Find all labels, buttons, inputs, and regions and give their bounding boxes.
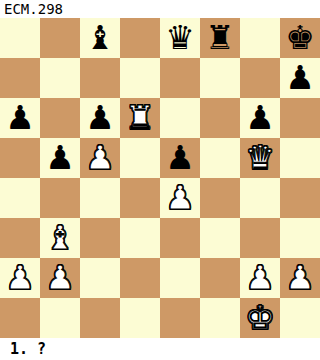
square-h2[interactable]: ♟ — [280, 258, 320, 298]
white-pawn[interactable]: ♟ — [85, 138, 115, 178]
black-pawn[interactable]: ♟ — [85, 98, 115, 138]
square-g1[interactable]: ♚ — [240, 298, 280, 338]
square-g5[interactable]: ♛ — [240, 138, 280, 178]
black-pawn[interactable]: ♟ — [245, 98, 275, 138]
square-e1[interactable] — [160, 298, 200, 338]
square-d5[interactable] — [120, 138, 160, 178]
square-d7[interactable] — [120, 58, 160, 98]
square-f6[interactable] — [200, 98, 240, 138]
black-pawn[interactable]: ♟ — [45, 138, 75, 178]
square-g2[interactable]: ♟ — [240, 258, 280, 298]
square-b6[interactable] — [40, 98, 80, 138]
square-h6[interactable] — [280, 98, 320, 138]
square-c2[interactable] — [80, 258, 120, 298]
square-a7[interactable] — [0, 58, 40, 98]
square-b4[interactable] — [40, 178, 80, 218]
square-f3[interactable] — [200, 218, 240, 258]
square-b7[interactable] — [40, 58, 80, 98]
white-king[interactable]: ♚ — [245, 298, 275, 338]
square-d3[interactable] — [120, 218, 160, 258]
square-h5[interactable] — [280, 138, 320, 178]
square-f5[interactable] — [200, 138, 240, 178]
square-c8[interactable]: ♝ — [80, 18, 120, 58]
square-a3[interactable] — [0, 218, 40, 258]
square-c7[interactable] — [80, 58, 120, 98]
square-h1[interactable] — [280, 298, 320, 338]
square-h4[interactable] — [280, 178, 320, 218]
white-pawn[interactable]: ♟ — [45, 258, 75, 298]
square-b3[interactable]: ♝ — [40, 218, 80, 258]
square-a8[interactable] — [0, 18, 40, 58]
square-e2[interactable] — [160, 258, 200, 298]
square-d6[interactable]: ♜ — [120, 98, 160, 138]
square-b2[interactable]: ♟ — [40, 258, 80, 298]
square-h8[interactable]: ♚ — [280, 18, 320, 58]
square-b5[interactable]: ♟ — [40, 138, 80, 178]
square-c1[interactable] — [80, 298, 120, 338]
square-d4[interactable] — [120, 178, 160, 218]
square-e4[interactable]: ♟ — [160, 178, 200, 218]
square-f4[interactable] — [200, 178, 240, 218]
square-a1[interactable] — [0, 298, 40, 338]
square-f8[interactable]: ♜ — [200, 18, 240, 58]
black-pawn[interactable]: ♟ — [285, 58, 315, 98]
square-e7[interactable] — [160, 58, 200, 98]
chess-board: ♝♛♜♚♟♟♟♜♟♟♟♟♛♟♝♟♟♟♟♚ — [0, 18, 320, 338]
square-a6[interactable]: ♟ — [0, 98, 40, 138]
chess-app-window: ECM.298 ♝♛♜♚♟♟♟♜♟♟♟♟♛♟♝♟♟♟♟♚ 1. ? — [0, 0, 320, 360]
square-h7[interactable]: ♟ — [280, 58, 320, 98]
square-e8[interactable]: ♛ — [160, 18, 200, 58]
square-e3[interactable] — [160, 218, 200, 258]
black-pawn[interactable]: ♟ — [165, 138, 195, 178]
square-h3[interactable] — [280, 218, 320, 258]
square-e6[interactable] — [160, 98, 200, 138]
square-g4[interactable] — [240, 178, 280, 218]
square-g8[interactable] — [240, 18, 280, 58]
white-pawn[interactable]: ♟ — [5, 258, 35, 298]
square-g3[interactable] — [240, 218, 280, 258]
white-queen[interactable]: ♛ — [245, 138, 275, 178]
square-g6[interactable]: ♟ — [240, 98, 280, 138]
footer-bar: 1. ? — [0, 338, 320, 360]
white-pawn[interactable]: ♟ — [285, 258, 315, 298]
square-f7[interactable] — [200, 58, 240, 98]
square-d1[interactable] — [120, 298, 160, 338]
square-c4[interactable] — [80, 178, 120, 218]
square-c6[interactable]: ♟ — [80, 98, 120, 138]
black-rook[interactable]: ♜ — [205, 18, 235, 58]
square-c3[interactable] — [80, 218, 120, 258]
square-b1[interactable] — [40, 298, 80, 338]
square-a4[interactable] — [0, 178, 40, 218]
white-pawn[interactable]: ♟ — [165, 178, 195, 218]
puzzle-title: ECM.298 — [4, 0, 63, 18]
square-d8[interactable] — [120, 18, 160, 58]
move-prompt: 1. ? — [10, 340, 46, 358]
square-a5[interactable] — [0, 138, 40, 178]
black-king[interactable]: ♚ — [285, 18, 315, 58]
title-bar: ECM.298 — [0, 0, 320, 18]
square-e5[interactable]: ♟ — [160, 138, 200, 178]
square-f2[interactable] — [200, 258, 240, 298]
white-bishop[interactable]: ♝ — [45, 218, 75, 258]
square-a2[interactable]: ♟ — [0, 258, 40, 298]
square-c5[interactable]: ♟ — [80, 138, 120, 178]
black-pawn[interactable]: ♟ — [5, 98, 35, 138]
square-b8[interactable] — [40, 18, 80, 58]
white-pawn[interactable]: ♟ — [245, 258, 275, 298]
square-d2[interactable] — [120, 258, 160, 298]
square-f1[interactable] — [200, 298, 240, 338]
square-g7[interactable] — [240, 58, 280, 98]
black-queen[interactable]: ♛ — [165, 18, 195, 58]
white-rook[interactable]: ♜ — [125, 98, 155, 138]
black-bishop[interactable]: ♝ — [85, 18, 115, 58]
